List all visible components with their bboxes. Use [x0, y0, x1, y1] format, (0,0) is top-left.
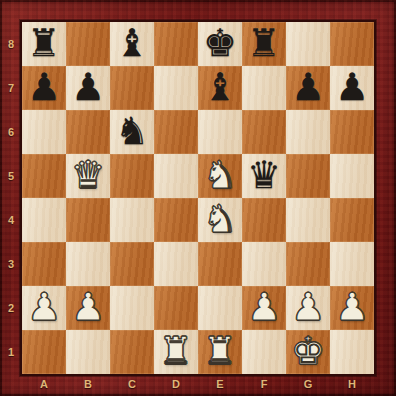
- square-f7[interactable]: [242, 66, 286, 110]
- square-h8[interactable]: [330, 22, 374, 66]
- square-d3[interactable]: [154, 242, 198, 286]
- black-queen-f5[interactable]: ♛: [247, 156, 281, 194]
- rank-label-3: 3: [0, 242, 22, 286]
- square-f3[interactable]: [242, 242, 286, 286]
- square-h7[interactable]: ♟: [330, 66, 374, 110]
- square-h4[interactable]: [330, 198, 374, 242]
- square-d5[interactable]: [154, 154, 198, 198]
- square-c5[interactable]: [110, 154, 154, 198]
- square-e7[interactable]: ♝: [198, 66, 242, 110]
- square-a8[interactable]: ♜: [22, 22, 66, 66]
- white-rook-d1[interactable]: ♜: [159, 332, 193, 370]
- square-a5[interactable]: [22, 154, 66, 198]
- rank-label-1: 1: [0, 330, 22, 374]
- white-pawn-f2[interactable]: ♟: [247, 288, 281, 326]
- black-bishop-c8[interactable]: ♝: [115, 24, 149, 62]
- black-king-e8[interactable]: ♚: [203, 24, 237, 62]
- square-b4[interactable]: [66, 198, 110, 242]
- rank-label-8: 8: [0, 22, 22, 66]
- square-c6[interactable]: ♞: [110, 110, 154, 154]
- square-g7[interactable]: ♟: [286, 66, 330, 110]
- square-g4[interactable]: [286, 198, 330, 242]
- square-f2[interactable]: ♟: [242, 286, 286, 330]
- white-knight-e5[interactable]: ♞: [203, 156, 237, 194]
- square-f1[interactable]: [242, 330, 286, 374]
- square-b3[interactable]: [66, 242, 110, 286]
- square-h2[interactable]: ♟: [330, 286, 374, 330]
- square-e3[interactable]: [198, 242, 242, 286]
- white-pawn-b2[interactable]: ♟: [71, 288, 105, 326]
- square-h6[interactable]: [330, 110, 374, 154]
- square-g6[interactable]: [286, 110, 330, 154]
- chess-board-frame: ♜♝♚♜♟♟♝♟♟♞♛♞♛♞♟♟♟♟♟♜♜♚ 87654321 ABCDEFGH: [0, 0, 396, 396]
- square-e6[interactable]: [198, 110, 242, 154]
- black-bishop-e7[interactable]: ♝: [203, 68, 237, 106]
- file-label-e: E: [198, 373, 242, 395]
- square-c7[interactable]: [110, 66, 154, 110]
- square-b7[interactable]: ♟: [66, 66, 110, 110]
- square-f5[interactable]: ♛: [242, 154, 286, 198]
- file-label-b: B: [66, 373, 110, 395]
- square-c1[interactable]: [110, 330, 154, 374]
- rank-label-4: 4: [0, 198, 22, 242]
- square-g8[interactable]: [286, 22, 330, 66]
- square-d7[interactable]: [154, 66, 198, 110]
- square-d1[interactable]: ♜: [154, 330, 198, 374]
- square-d6[interactable]: [154, 110, 198, 154]
- square-g5[interactable]: [286, 154, 330, 198]
- square-c2[interactable]: [110, 286, 154, 330]
- square-a6[interactable]: [22, 110, 66, 154]
- file-label-h: H: [330, 373, 374, 395]
- square-b1[interactable]: [66, 330, 110, 374]
- square-e2[interactable]: [198, 286, 242, 330]
- square-b8[interactable]: [66, 22, 110, 66]
- square-b2[interactable]: ♟: [66, 286, 110, 330]
- white-pawn-g2[interactable]: ♟: [291, 288, 325, 326]
- board: ♜♝♚♜♟♟♝♟♟♞♛♞♛♞♟♟♟♟♟♜♜♚: [22, 22, 374, 374]
- square-e1[interactable]: ♜: [198, 330, 242, 374]
- file-label-c: C: [110, 373, 154, 395]
- square-d8[interactable]: [154, 22, 198, 66]
- square-a7[interactable]: ♟: [22, 66, 66, 110]
- white-queen-b5[interactable]: ♛: [71, 156, 105, 194]
- file-label-d: D: [154, 373, 198, 395]
- black-pawn-g7[interactable]: ♟: [291, 68, 325, 106]
- square-c8[interactable]: ♝: [110, 22, 154, 66]
- square-h1[interactable]: [330, 330, 374, 374]
- square-h3[interactable]: [330, 242, 374, 286]
- white-king-g1[interactable]: ♚: [291, 332, 325, 370]
- rank-label-7: 7: [0, 66, 22, 110]
- square-e4[interactable]: ♞: [198, 198, 242, 242]
- black-pawn-a7[interactable]: ♟: [27, 68, 61, 106]
- square-a4[interactable]: [22, 198, 66, 242]
- square-g1[interactable]: ♚: [286, 330, 330, 374]
- square-a1[interactable]: [22, 330, 66, 374]
- square-b6[interactable]: [66, 110, 110, 154]
- file-label-g: G: [286, 373, 330, 395]
- square-f8[interactable]: ♜: [242, 22, 286, 66]
- white-rook-e1[interactable]: ♜: [203, 332, 237, 370]
- black-pawn-h7[interactable]: ♟: [335, 68, 369, 106]
- rank-label-6: 6: [0, 110, 22, 154]
- file-label-f: F: [242, 373, 286, 395]
- square-g2[interactable]: ♟: [286, 286, 330, 330]
- black-rook-a8[interactable]: ♜: [27, 24, 61, 62]
- square-g3[interactable]: [286, 242, 330, 286]
- square-f6[interactable]: [242, 110, 286, 154]
- square-a2[interactable]: ♟: [22, 286, 66, 330]
- white-pawn-h2[interactable]: ♟: [335, 288, 369, 326]
- square-d2[interactable]: [154, 286, 198, 330]
- square-a3[interactable]: [22, 242, 66, 286]
- rank-label-2: 2: [0, 286, 22, 330]
- square-c3[interactable]: [110, 242, 154, 286]
- file-label-a: A: [22, 373, 66, 395]
- black-rook-f8[interactable]: ♜: [247, 24, 281, 62]
- rank-label-5: 5: [0, 154, 22, 198]
- square-b5[interactable]: ♛: [66, 154, 110, 198]
- square-e8[interactable]: ♚: [198, 22, 242, 66]
- square-f4[interactable]: [242, 198, 286, 242]
- square-c4[interactable]: [110, 198, 154, 242]
- black-pawn-b7[interactable]: ♟: [71, 68, 105, 106]
- square-e5[interactable]: ♞: [198, 154, 242, 198]
- black-knight-c6[interactable]: ♞: [115, 112, 149, 150]
- square-d4[interactable]: [154, 198, 198, 242]
- white-knight-e4[interactable]: ♞: [203, 200, 237, 238]
- square-h5[interactable]: [330, 154, 374, 198]
- white-pawn-a2[interactable]: ♟: [27, 288, 61, 326]
